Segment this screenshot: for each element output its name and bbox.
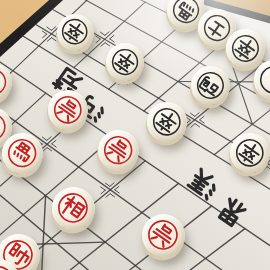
piece-black-soldier-5[interactable]	[230, 133, 270, 173]
卒-glyph	[225, 28, 265, 68]
兵-glyph	[141, 213, 185, 257]
相-glyph	[51, 186, 95, 230]
piece-black-soldier-1[interactable]	[57, 14, 94, 51]
xiangqi-board-photo	[0, 0, 270, 270]
piece-black-cannon[interactable]	[191, 66, 230, 105]
卒-glyph	[56, 13, 94, 51]
馬-glyph	[1, 132, 43, 174]
兵-glyph	[97, 129, 139, 171]
piece-red-soldier-1[interactable]	[48, 90, 88, 130]
piece-red-soldier-2[interactable]	[98, 130, 139, 171]
砲-glyph	[190, 65, 230, 105]
piece-red-horse[interactable]	[2, 133, 43, 174]
piece-red-elephant[interactable]	[52, 187, 95, 230]
piece-black-soldier-4[interactable]	[147, 102, 187, 142]
piece-black-soldier-2[interactable]	[106, 43, 144, 81]
piece-red-soldier-3[interactable]	[142, 214, 185, 257]
piece-black-soldier-3[interactable]	[226, 29, 265, 68]
